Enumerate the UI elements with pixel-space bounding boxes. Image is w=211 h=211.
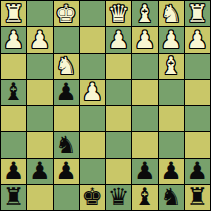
square-e4[interactable]: ♟ — [80, 80, 105, 105]
square-f8[interactable] — [54, 185, 79, 210]
square-a7[interactable]: ♟ — [185, 159, 210, 184]
black-pawn: ♟ — [55, 159, 77, 183]
square-h2[interactable]: ♟ — [1, 27, 26, 52]
square-e1[interactable] — [80, 1, 105, 26]
white-rook: ♜ — [187, 2, 209, 26]
square-g8[interactable] — [27, 185, 52, 210]
black-pawn: ♟ — [187, 159, 209, 183]
square-c1[interactable]: ♝ — [132, 1, 157, 26]
chess-board: ♜♚♛♝♞♜♟♟♟♟♟♟♞♝♝♟♟♞♟♟♟♟♟♟♜♚♛♝♞♜ — [0, 0, 211, 211]
square-d8[interactable]: ♛ — [106, 185, 131, 210]
square-d1[interactable]: ♛ — [106, 1, 131, 26]
square-e6[interactable] — [80, 132, 105, 157]
black-rook: ♜ — [3, 185, 25, 209]
square-b2[interactable]: ♟ — [159, 27, 184, 52]
square-e2[interactable] — [80, 27, 105, 52]
black-king: ♚ — [82, 185, 104, 209]
square-h3[interactable] — [1, 54, 26, 79]
square-a8[interactable]: ♜ — [185, 185, 210, 210]
square-b8[interactable]: ♞ — [159, 185, 184, 210]
square-b5[interactable] — [159, 106, 184, 131]
square-h4[interactable]: ♝ — [1, 80, 26, 105]
black-pawn: ♟ — [29, 159, 51, 183]
white-queen: ♛ — [108, 2, 130, 26]
square-e8[interactable]: ♚ — [80, 185, 105, 210]
square-g3[interactable] — [27, 54, 52, 79]
square-f7[interactable]: ♟ — [54, 159, 79, 184]
square-e5[interactable] — [80, 106, 105, 131]
square-d7[interactable] — [106, 159, 131, 184]
square-d4[interactable] — [106, 80, 131, 105]
square-f6[interactable]: ♞ — [54, 132, 79, 157]
square-a2[interactable]: ♟ — [185, 27, 210, 52]
square-g4[interactable] — [27, 80, 52, 105]
square-f3[interactable]: ♞ — [54, 54, 79, 79]
square-h7[interactable]: ♟ — [1, 159, 26, 184]
square-c5[interactable] — [132, 106, 157, 131]
black-pawn: ♟ — [3, 159, 25, 183]
square-d3[interactable] — [106, 54, 131, 79]
square-a5[interactable] — [185, 106, 210, 131]
white-bishop: ♝ — [160, 54, 182, 78]
black-pawn: ♟ — [55, 80, 77, 104]
square-h8[interactable]: ♜ — [1, 185, 26, 210]
square-c8[interactable]: ♝ — [132, 185, 157, 210]
square-a4[interactable] — [185, 80, 210, 105]
square-b4[interactable] — [159, 80, 184, 105]
white-pawn: ♟ — [82, 80, 104, 104]
black-rook: ♜ — [187, 185, 209, 209]
square-f5[interactable] — [54, 106, 79, 131]
white-rook: ♜ — [3, 2, 25, 26]
square-g7[interactable]: ♟ — [27, 159, 52, 184]
square-c6[interactable] — [132, 132, 157, 157]
black-bishop: ♝ — [3, 80, 25, 104]
white-pawn: ♟ — [134, 28, 156, 52]
black-pawn: ♟ — [160, 159, 182, 183]
square-c7[interactable]: ♟ — [132, 159, 157, 184]
square-a6[interactable] — [185, 132, 210, 157]
square-e3[interactable] — [80, 54, 105, 79]
white-king: ♚ — [55, 2, 77, 26]
square-g6[interactable] — [27, 132, 52, 157]
square-a3[interactable] — [185, 54, 210, 79]
square-e7[interactable] — [80, 159, 105, 184]
square-b3[interactable]: ♝ — [159, 54, 184, 79]
square-d5[interactable] — [106, 106, 131, 131]
square-c2[interactable]: ♟ — [132, 27, 157, 52]
square-f1[interactable]: ♚ — [54, 1, 79, 26]
black-knight: ♞ — [160, 185, 182, 209]
white-knight: ♞ — [55, 54, 77, 78]
white-pawn: ♟ — [108, 28, 130, 52]
white-pawn: ♟ — [187, 28, 209, 52]
square-b6[interactable] — [159, 132, 184, 157]
white-pawn: ♟ — [160, 28, 182, 52]
square-g5[interactable] — [27, 106, 52, 131]
white-bishop: ♝ — [134, 2, 156, 26]
square-g2[interactable]: ♟ — [27, 27, 52, 52]
white-knight: ♞ — [160, 2, 182, 26]
square-f4[interactable]: ♟ — [54, 80, 79, 105]
square-c4[interactable] — [132, 80, 157, 105]
chess-board-grid: ♜♚♛♝♞♜♟♟♟♟♟♟♞♝♝♟♟♞♟♟♟♟♟♟♜♚♛♝♞♜ — [1, 1, 210, 210]
square-h1[interactable]: ♜ — [1, 1, 26, 26]
square-c3[interactable] — [132, 54, 157, 79]
square-g1[interactable] — [27, 1, 52, 26]
square-b1[interactable]: ♞ — [159, 1, 184, 26]
square-h5[interactable] — [1, 106, 26, 131]
square-b7[interactable]: ♟ — [159, 159, 184, 184]
black-queen: ♛ — [108, 185, 130, 209]
black-bishop: ♝ — [134, 185, 156, 209]
white-pawn: ♟ — [29, 28, 51, 52]
square-h6[interactable] — [1, 132, 26, 157]
black-knight: ♞ — [55, 133, 77, 157]
square-f2[interactable] — [54, 27, 79, 52]
square-d2[interactable]: ♟ — [106, 27, 131, 52]
square-d6[interactable] — [106, 132, 131, 157]
black-pawn: ♟ — [134, 159, 156, 183]
white-pawn: ♟ — [3, 28, 25, 52]
square-a1[interactable]: ♜ — [185, 1, 210, 26]
